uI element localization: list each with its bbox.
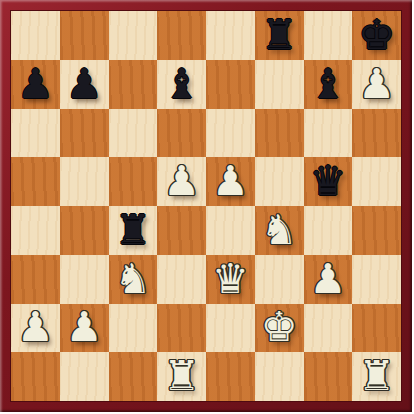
square-e5[interactable]: ♟ bbox=[206, 157, 255, 206]
square-f2[interactable]: ♚ bbox=[255, 304, 304, 353]
square-b5[interactable] bbox=[60, 157, 109, 206]
square-h1[interactable]: ♜ bbox=[352, 352, 401, 401]
chess-board: ♜♚♟♟♝♝♟♟♟♛♜♞♞♛♟♟♟♚♜♜ bbox=[11, 11, 401, 401]
square-c1[interactable] bbox=[109, 352, 158, 401]
chess-board-frame: ♜♚♟♟♝♝♟♟♟♛♜♞♞♛♟♟♟♚♜♜ bbox=[0, 0, 412, 412]
square-a2[interactable]: ♟ bbox=[11, 304, 60, 353]
square-d1[interactable]: ♜ bbox=[157, 352, 206, 401]
black-bishop[interactable]: ♝ bbox=[309, 64, 346, 105]
white-pawn[interactable]: ♟ bbox=[163, 161, 200, 202]
square-g8[interactable] bbox=[304, 11, 353, 60]
square-e8[interactable] bbox=[206, 11, 255, 60]
square-b2[interactable]: ♟ bbox=[60, 304, 109, 353]
square-d7[interactable]: ♝ bbox=[157, 60, 206, 109]
square-c2[interactable] bbox=[109, 304, 158, 353]
square-e2[interactable] bbox=[206, 304, 255, 353]
square-g3[interactable]: ♟ bbox=[304, 255, 353, 304]
square-c4[interactable]: ♜ bbox=[109, 206, 158, 255]
square-f8[interactable]: ♜ bbox=[255, 11, 304, 60]
square-d8[interactable] bbox=[157, 11, 206, 60]
square-g5[interactable]: ♛ bbox=[304, 157, 353, 206]
square-b3[interactable] bbox=[60, 255, 109, 304]
black-king[interactable]: ♚ bbox=[358, 15, 395, 56]
square-a4[interactable] bbox=[11, 206, 60, 255]
square-h2[interactable] bbox=[352, 304, 401, 353]
square-a3[interactable] bbox=[11, 255, 60, 304]
white-rook[interactable]: ♜ bbox=[358, 356, 395, 397]
square-d4[interactable] bbox=[157, 206, 206, 255]
square-g2[interactable] bbox=[304, 304, 353, 353]
white-rook[interactable]: ♜ bbox=[163, 356, 200, 397]
square-e6[interactable] bbox=[206, 109, 255, 158]
square-f6[interactable] bbox=[255, 109, 304, 158]
black-pawn[interactable]: ♟ bbox=[17, 64, 54, 105]
square-a7[interactable]: ♟ bbox=[11, 60, 60, 109]
square-e4[interactable] bbox=[206, 206, 255, 255]
square-h6[interactable] bbox=[352, 109, 401, 158]
square-b7[interactable]: ♟ bbox=[60, 60, 109, 109]
black-rook[interactable]: ♜ bbox=[114, 210, 151, 251]
square-e7[interactable] bbox=[206, 60, 255, 109]
white-pawn[interactable]: ♟ bbox=[358, 64, 395, 105]
square-h3[interactable] bbox=[352, 255, 401, 304]
square-b1[interactable] bbox=[60, 352, 109, 401]
square-c6[interactable] bbox=[109, 109, 158, 158]
square-e3[interactable]: ♛ bbox=[206, 255, 255, 304]
square-f7[interactable] bbox=[255, 60, 304, 109]
black-bishop[interactable]: ♝ bbox=[163, 64, 200, 105]
black-pawn[interactable]: ♟ bbox=[66, 64, 103, 105]
square-a5[interactable] bbox=[11, 157, 60, 206]
square-b4[interactable] bbox=[60, 206, 109, 255]
square-c3[interactable]: ♞ bbox=[109, 255, 158, 304]
square-f3[interactable] bbox=[255, 255, 304, 304]
square-h5[interactable] bbox=[352, 157, 401, 206]
square-f5[interactable] bbox=[255, 157, 304, 206]
square-f1[interactable] bbox=[255, 352, 304, 401]
white-king[interactable]: ♚ bbox=[261, 307, 298, 348]
square-b8[interactable] bbox=[60, 11, 109, 60]
square-a8[interactable] bbox=[11, 11, 60, 60]
square-c5[interactable] bbox=[109, 157, 158, 206]
square-a1[interactable] bbox=[11, 352, 60, 401]
white-pawn[interactable]: ♟ bbox=[212, 161, 249, 202]
black-rook[interactable]: ♜ bbox=[261, 15, 298, 56]
white-pawn[interactable]: ♟ bbox=[309, 259, 346, 300]
square-c8[interactable] bbox=[109, 11, 158, 60]
white-knight[interactable]: ♞ bbox=[261, 210, 298, 251]
white-pawn[interactable]: ♟ bbox=[66, 307, 103, 348]
square-g7[interactable]: ♝ bbox=[304, 60, 353, 109]
square-d6[interactable] bbox=[157, 109, 206, 158]
square-a6[interactable] bbox=[11, 109, 60, 158]
square-d3[interactable] bbox=[157, 255, 206, 304]
white-pawn[interactable]: ♟ bbox=[17, 307, 54, 348]
square-d5[interactable]: ♟ bbox=[157, 157, 206, 206]
black-queen[interactable]: ♛ bbox=[309, 161, 346, 202]
white-knight[interactable]: ♞ bbox=[114, 259, 151, 300]
square-g4[interactable] bbox=[304, 206, 353, 255]
square-b6[interactable] bbox=[60, 109, 109, 158]
square-g1[interactable] bbox=[304, 352, 353, 401]
square-h7[interactable]: ♟ bbox=[352, 60, 401, 109]
square-g6[interactable] bbox=[304, 109, 353, 158]
square-h4[interactable] bbox=[352, 206, 401, 255]
square-h8[interactable]: ♚ bbox=[352, 11, 401, 60]
square-e1[interactable] bbox=[206, 352, 255, 401]
square-c7[interactable] bbox=[109, 60, 158, 109]
square-d2[interactable] bbox=[157, 304, 206, 353]
square-f4[interactable]: ♞ bbox=[255, 206, 304, 255]
white-queen[interactable]: ♛ bbox=[212, 259, 249, 300]
